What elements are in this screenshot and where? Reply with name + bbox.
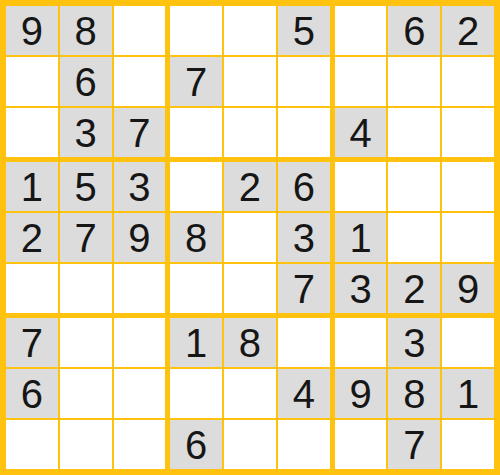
cell-r6c3[interactable] [114,264,166,313]
cell-r4c1[interactable]: 1 [6,162,58,211]
cell-r4c5[interactable]: 2 [224,162,276,211]
block-2: 57 [170,6,329,157]
block-1: 98637 [6,6,165,157]
cell-r4c9[interactable] [442,162,494,211]
cell-r8c6[interactable]: 4 [278,369,330,418]
cell-r9c4[interactable]: 6 [170,420,222,469]
cell-r1c2[interactable]: 8 [60,6,112,55]
cell-r1c8[interactable]: 6 [388,6,440,55]
cell-r3c2[interactable]: 3 [60,108,112,157]
cell-r5c6[interactable]: 3 [278,213,330,262]
cell-r2c8[interactable] [388,57,440,106]
cell-r2c9[interactable] [442,57,494,106]
cell-r5c2[interactable]: 7 [60,213,112,262]
cell-r2c5[interactable] [224,57,276,106]
cell-r1c4[interactable] [170,6,222,55]
cell-r1c6[interactable]: 5 [278,6,330,55]
cell-r7c6[interactable] [278,318,330,367]
cell-r3c8[interactable] [388,108,440,157]
cell-r9c1[interactable] [6,420,58,469]
cell-r3c5[interactable] [224,108,276,157]
cell-r6c7[interactable]: 3 [335,264,387,313]
block-8: 1846 [170,318,329,469]
cell-r7c7[interactable] [335,318,387,367]
cell-r8c1[interactable]: 6 [6,369,58,418]
cell-r6c6[interactable]: 7 [278,264,330,313]
cell-r5c1[interactable]: 2 [6,213,58,262]
cell-r2c2[interactable]: 6 [60,57,112,106]
cell-r8c3[interactable] [114,369,166,418]
cell-r6c9[interactable]: 9 [442,264,494,313]
cell-r8c4[interactable] [170,369,222,418]
cell-r4c2[interactable]: 5 [60,162,112,211]
cell-r9c7[interactable] [335,420,387,469]
cell-r8c9[interactable]: 1 [442,369,494,418]
cell-r2c4[interactable]: 7 [170,57,222,106]
cell-r8c2[interactable] [60,369,112,418]
cell-r4c7[interactable] [335,162,387,211]
cell-r2c1[interactable] [6,57,58,106]
cell-r7c8[interactable]: 3 [388,318,440,367]
cell-r9c8[interactable]: 7 [388,420,440,469]
block-7: 76 [6,318,165,469]
cell-r6c4[interactable] [170,264,222,313]
cell-r1c1[interactable]: 9 [6,6,58,55]
cell-r6c2[interactable] [60,264,112,313]
cell-r2c7[interactable] [335,57,387,106]
block-3: 624 [335,6,494,157]
block-6: 1329 [335,162,494,313]
cell-r4c8[interactable] [388,162,440,211]
cell-r9c9[interactable] [442,420,494,469]
cell-r7c9[interactable] [442,318,494,367]
cell-r1c3[interactable] [114,6,166,55]
cell-r3c9[interactable] [442,108,494,157]
block-5: 26837 [170,162,329,313]
cell-r3c1[interactable] [6,108,58,157]
cell-r9c6[interactable] [278,420,330,469]
cell-r1c5[interactable] [224,6,276,55]
cell-r3c3[interactable]: 7 [114,108,166,157]
cell-r5c5[interactable] [224,213,276,262]
cell-r3c4[interactable] [170,108,222,157]
cell-r7c4[interactable]: 1 [170,318,222,367]
block-9: 39817 [335,318,494,469]
cell-r7c5[interactable]: 8 [224,318,276,367]
cell-r8c7[interactable]: 9 [335,369,387,418]
block-4: 153279 [6,162,165,313]
cell-r6c8[interactable]: 2 [388,264,440,313]
cell-r5c3[interactable]: 9 [114,213,166,262]
cell-r4c4[interactable] [170,162,222,211]
cell-r7c2[interactable] [60,318,112,367]
cell-r4c6[interactable]: 6 [278,162,330,211]
cell-r5c4[interactable]: 8 [170,213,222,262]
cell-r5c9[interactable] [442,213,494,262]
cell-r7c3[interactable] [114,318,166,367]
cell-r1c9[interactable]: 2 [442,6,494,55]
cell-r2c6[interactable] [278,57,330,106]
cell-r3c7[interactable]: 4 [335,108,387,157]
cell-r4c3[interactable]: 3 [114,162,166,211]
cell-r2c3[interactable] [114,57,166,106]
cell-r9c5[interactable] [224,420,276,469]
cell-r1c7[interactable] [335,6,387,55]
cell-r8c8[interactable]: 8 [388,369,440,418]
cell-r6c1[interactable] [6,264,58,313]
cell-r3c6[interactable] [278,108,330,157]
cell-r7c1[interactable]: 7 [6,318,58,367]
cell-r8c5[interactable] [224,369,276,418]
cell-r5c8[interactable] [388,213,440,262]
cell-r5c7[interactable]: 1 [335,213,387,262]
sudoku-board: 986375762415327926837132976184639817 [0,0,500,475]
cell-r9c3[interactable] [114,420,166,469]
cell-r9c2[interactable] [60,420,112,469]
cell-r6c5[interactable] [224,264,276,313]
